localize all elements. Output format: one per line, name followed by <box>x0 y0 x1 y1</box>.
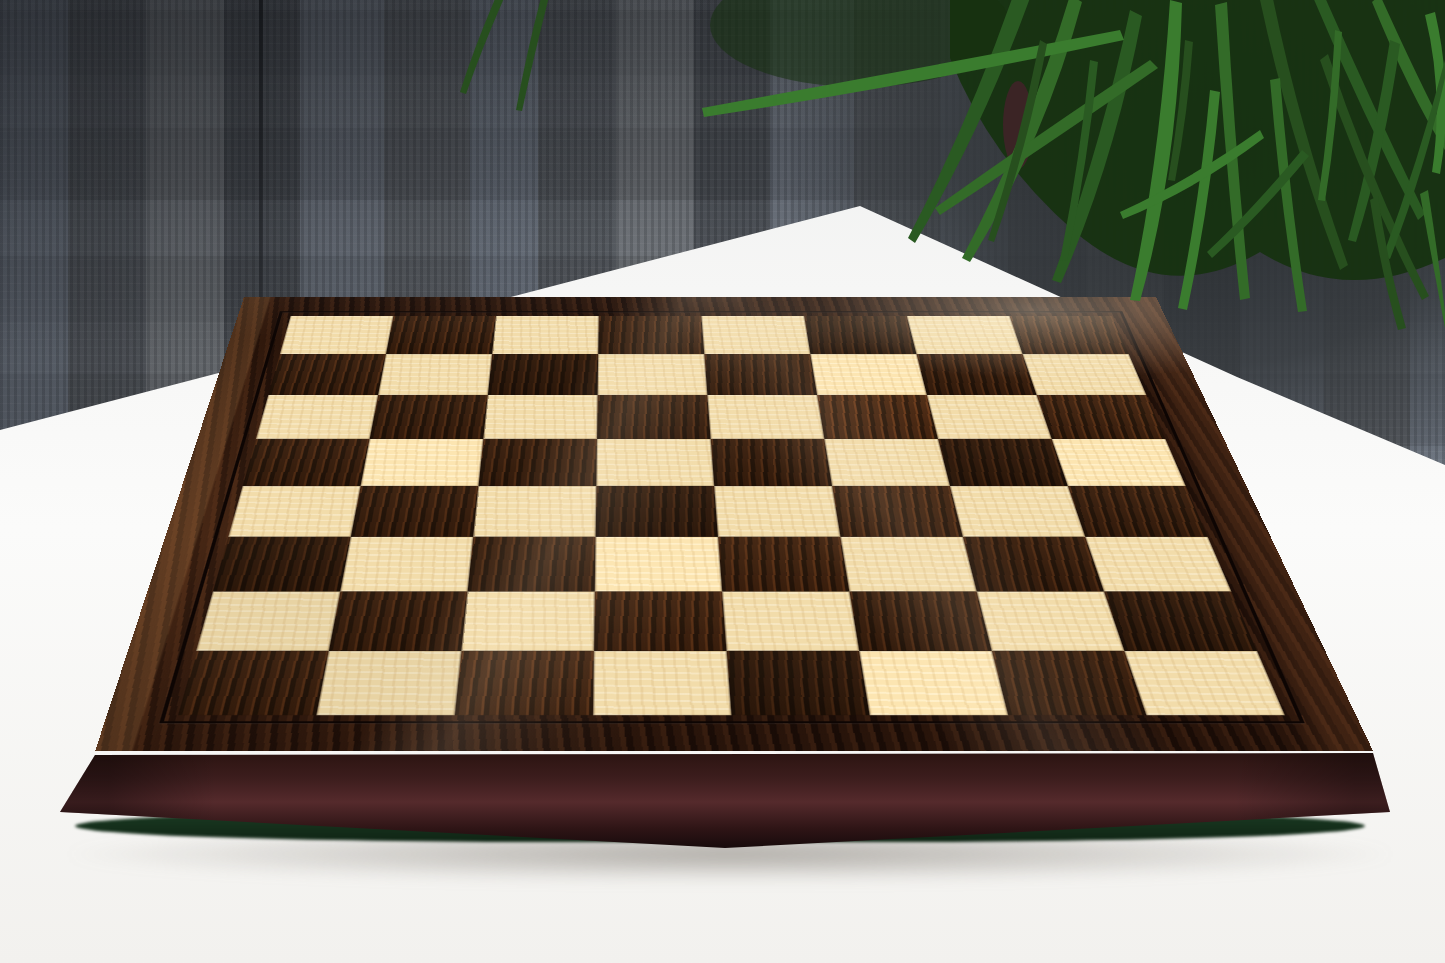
scene <box>0 0 1445 963</box>
wall-panel-seam <box>259 0 263 302</box>
